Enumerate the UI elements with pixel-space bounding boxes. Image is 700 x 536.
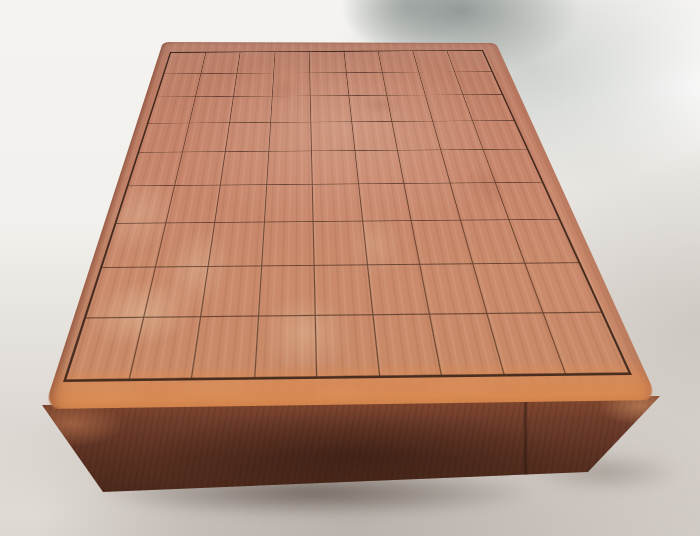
board-cell <box>455 72 502 95</box>
board-cell <box>379 51 419 72</box>
board-cell <box>310 73 349 97</box>
board-cell <box>359 184 412 222</box>
board-cell <box>267 151 313 184</box>
board-cell <box>166 185 221 223</box>
board-cell <box>230 96 272 122</box>
board-cell <box>349 96 392 122</box>
board-cell <box>272 73 310 97</box>
board-cell <box>221 152 269 186</box>
board-cell <box>311 96 352 122</box>
board-cell <box>355 151 405 184</box>
board-cell <box>311 122 355 152</box>
board-cell <box>262 222 315 266</box>
board-cell <box>192 317 258 378</box>
board-cell <box>352 122 398 151</box>
board-cell <box>164 53 205 74</box>
board-cell <box>274 52 310 73</box>
board-cell <box>226 122 271 152</box>
board-cell <box>182 123 230 153</box>
board-cell <box>155 223 215 267</box>
board-cell <box>148 97 195 123</box>
board-cell <box>312 151 359 184</box>
board-cell <box>215 185 267 223</box>
board-cell <box>139 123 189 153</box>
board-cell <box>271 96 312 122</box>
board-cell <box>237 52 275 73</box>
board-cell <box>316 316 380 376</box>
board-cell <box>201 266 262 317</box>
board-cell <box>265 184 314 222</box>
board-cell <box>255 316 318 377</box>
board-cell <box>313 184 363 222</box>
board-cell <box>363 221 421 265</box>
board-cell <box>315 265 374 316</box>
board-cell <box>175 152 226 186</box>
board-cell <box>189 97 234 123</box>
shogi-board-photo <box>0 0 700 536</box>
board-cell <box>368 265 431 316</box>
board-cell <box>259 266 316 317</box>
board-cell <box>157 74 201 98</box>
board-cell <box>448 51 492 72</box>
board-cell <box>201 52 241 73</box>
board-cell <box>144 267 209 319</box>
board-cell <box>269 122 312 152</box>
board-cell <box>195 73 237 97</box>
board-cell <box>347 72 388 95</box>
board-cell <box>310 52 347 73</box>
board-cell <box>209 223 265 267</box>
board-cell <box>314 222 368 266</box>
board-cell <box>344 51 383 72</box>
board-cell <box>234 73 274 97</box>
board-cell <box>128 152 182 186</box>
